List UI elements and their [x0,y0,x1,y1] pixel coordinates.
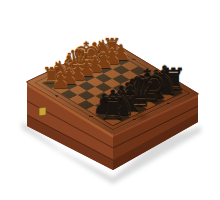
board-square [130,94,147,103]
board-square [112,84,129,93]
board-square [69,86,86,95]
board-square [95,83,112,92]
board-square [113,93,130,102]
board-square [104,79,121,88]
board-square [112,75,129,84]
board-square [86,59,103,68]
board-square [130,85,147,94]
board-square [104,88,121,97]
board-square [60,80,77,89]
board-square [130,76,147,85]
board-square [121,89,138,98]
board-square [104,60,121,69]
board-square [86,77,103,86]
board-square [78,91,95,100]
board-square [77,63,94,72]
board-square [95,101,112,110]
board-square [95,73,112,82]
board-square [139,90,156,99]
board-square [86,87,103,96]
brass-latch [39,107,46,116]
board-square [112,65,129,74]
board-square [87,96,104,105]
board-square [78,81,95,90]
board-square [69,76,86,85]
board-square [104,107,121,116]
board-square [95,64,112,73]
board-square [104,97,121,106]
board-square [121,99,138,108]
board-square [121,70,138,79]
chess-set-photo: ♜♞♝♛♚♝♞♜♟♟♟♟♟♟♟♟♟♟♟♟♟♟♟♟♜♞♝♛♚♝♞♜ [0,0,220,200]
board-square [60,71,77,80]
board-square [95,92,112,101]
board-square [147,86,164,95]
board-square [104,69,121,78]
board-square [113,103,130,112]
board-square [69,67,86,76]
board-square [95,55,112,64]
board-square [86,68,103,77]
board-square [121,80,138,89]
board-square [139,81,156,90]
board-square [52,75,69,84]
board-square [78,72,95,81]
